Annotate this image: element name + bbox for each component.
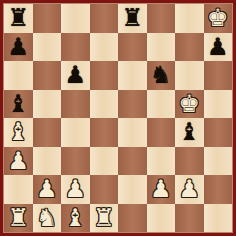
piece-white-rook-a1[interactable]: ♜ <box>7 204 29 232</box>
square-d7[interactable] <box>90 33 119 62</box>
piece-white-rook-d1[interactable]: ♜ <box>93 204 115 232</box>
piece-black-pawn-h7[interactable]: ♟ <box>207 33 229 61</box>
piece-white-knight-b1[interactable]: ♞ <box>36 204 58 232</box>
square-f4[interactable] <box>147 118 176 147</box>
square-e7[interactable] <box>118 33 147 62</box>
square-d4[interactable] <box>90 118 119 147</box>
piece-black-pawn-a7[interactable]: ♟ <box>7 33 29 61</box>
piece-white-pawn-b2[interactable]: ♟ <box>36 175 58 203</box>
square-h5[interactable] <box>204 90 233 119</box>
square-c4[interactable] <box>61 118 90 147</box>
square-b3[interactable] <box>33 147 62 176</box>
piece-white-pawn-g2[interactable]: ♟ <box>178 175 200 203</box>
square-e5[interactable] <box>118 90 147 119</box>
square-c2[interactable]: ♟ <box>61 175 90 204</box>
square-b4[interactable] <box>33 118 62 147</box>
square-c8[interactable] <box>61 4 90 33</box>
piece-black-rook-e8[interactable]: ♜ <box>121 4 143 32</box>
square-c7[interactable] <box>61 33 90 62</box>
square-e6[interactable] <box>118 61 147 90</box>
piece-white-king-g5[interactable]: ♚ <box>178 90 200 118</box>
square-h3[interactable] <box>204 147 233 176</box>
square-e1[interactable] <box>118 204 147 233</box>
square-f2[interactable]: ♟ <box>147 175 176 204</box>
square-h2[interactable] <box>204 175 233 204</box>
square-b7[interactable] <box>33 33 62 62</box>
square-f7[interactable] <box>147 33 176 62</box>
square-d6[interactable] <box>90 61 119 90</box>
square-g8[interactable] <box>175 4 204 33</box>
piece-white-pawn-f2[interactable]: ♟ <box>150 175 172 203</box>
square-g1[interactable] <box>175 204 204 233</box>
piece-black-knight-f6[interactable]: ♞ <box>150 61 172 89</box>
square-g5[interactable]: ♚ <box>175 90 204 119</box>
piece-white-bishop-c1[interactable]: ♝ <box>64 204 86 232</box>
square-d2[interactable] <box>90 175 119 204</box>
chess-board-frame: ♜♜♚♟♟♟♞♝♚♝♝♟♟♟♟♟♜♞♝♜ <box>0 0 236 236</box>
square-a6[interactable] <box>4 61 33 90</box>
square-f3[interactable] <box>147 147 176 176</box>
square-b2[interactable]: ♟ <box>33 175 62 204</box>
chess-board: ♜♜♚♟♟♟♞♝♚♝♝♟♟♟♟♟♜♞♝♜ <box>4 4 232 232</box>
square-g2[interactable]: ♟ <box>175 175 204 204</box>
square-h6[interactable] <box>204 61 233 90</box>
square-g3[interactable] <box>175 147 204 176</box>
piece-black-bishop-a5[interactable]: ♝ <box>7 90 29 118</box>
square-h4[interactable] <box>204 118 233 147</box>
square-d1[interactable]: ♜ <box>90 204 119 233</box>
square-c3[interactable] <box>61 147 90 176</box>
square-f8[interactable] <box>147 4 176 33</box>
square-f6[interactable]: ♞ <box>147 61 176 90</box>
square-g7[interactable] <box>175 33 204 62</box>
piece-white-bishop-a4[interactable]: ♝ <box>7 118 29 146</box>
square-c1[interactable]: ♝ <box>61 204 90 233</box>
square-c5[interactable] <box>61 90 90 119</box>
square-e4[interactable] <box>118 118 147 147</box>
square-a2[interactable] <box>4 175 33 204</box>
square-a8[interactable]: ♜ <box>4 4 33 33</box>
square-a1[interactable]: ♜ <box>4 204 33 233</box>
square-a3[interactable]: ♟ <box>4 147 33 176</box>
square-h8[interactable]: ♚ <box>204 4 233 33</box>
square-a4[interactable]: ♝ <box>4 118 33 147</box>
square-b6[interactable] <box>33 61 62 90</box>
square-c6[interactable]: ♟ <box>61 61 90 90</box>
square-h1[interactable] <box>204 204 233 233</box>
square-e3[interactable] <box>118 147 147 176</box>
square-a7[interactable]: ♟ <box>4 33 33 62</box>
square-f5[interactable] <box>147 90 176 119</box>
piece-black-pawn-c6[interactable]: ♟ <box>64 61 86 89</box>
piece-white-pawn-a3[interactable]: ♟ <box>7 147 29 175</box>
square-b8[interactable] <box>33 4 62 33</box>
piece-black-rook-a8[interactable]: ♜ <box>7 4 29 32</box>
square-d3[interactable] <box>90 147 119 176</box>
square-e8[interactable]: ♜ <box>118 4 147 33</box>
square-b5[interactable] <box>33 90 62 119</box>
square-h7[interactable]: ♟ <box>204 33 233 62</box>
square-b1[interactable]: ♞ <box>33 204 62 233</box>
square-f1[interactable] <box>147 204 176 233</box>
square-g6[interactable] <box>175 61 204 90</box>
square-g4[interactable]: ♝ <box>175 118 204 147</box>
piece-white-pawn-c2[interactable]: ♟ <box>64 175 86 203</box>
piece-black-bishop-g4[interactable]: ♝ <box>178 118 200 146</box>
square-d5[interactable] <box>90 90 119 119</box>
square-e2[interactable] <box>118 175 147 204</box>
square-a5[interactable]: ♝ <box>4 90 33 119</box>
square-d8[interactable] <box>90 4 119 33</box>
piece-white-king-h8[interactable]: ♚ <box>207 4 229 32</box>
